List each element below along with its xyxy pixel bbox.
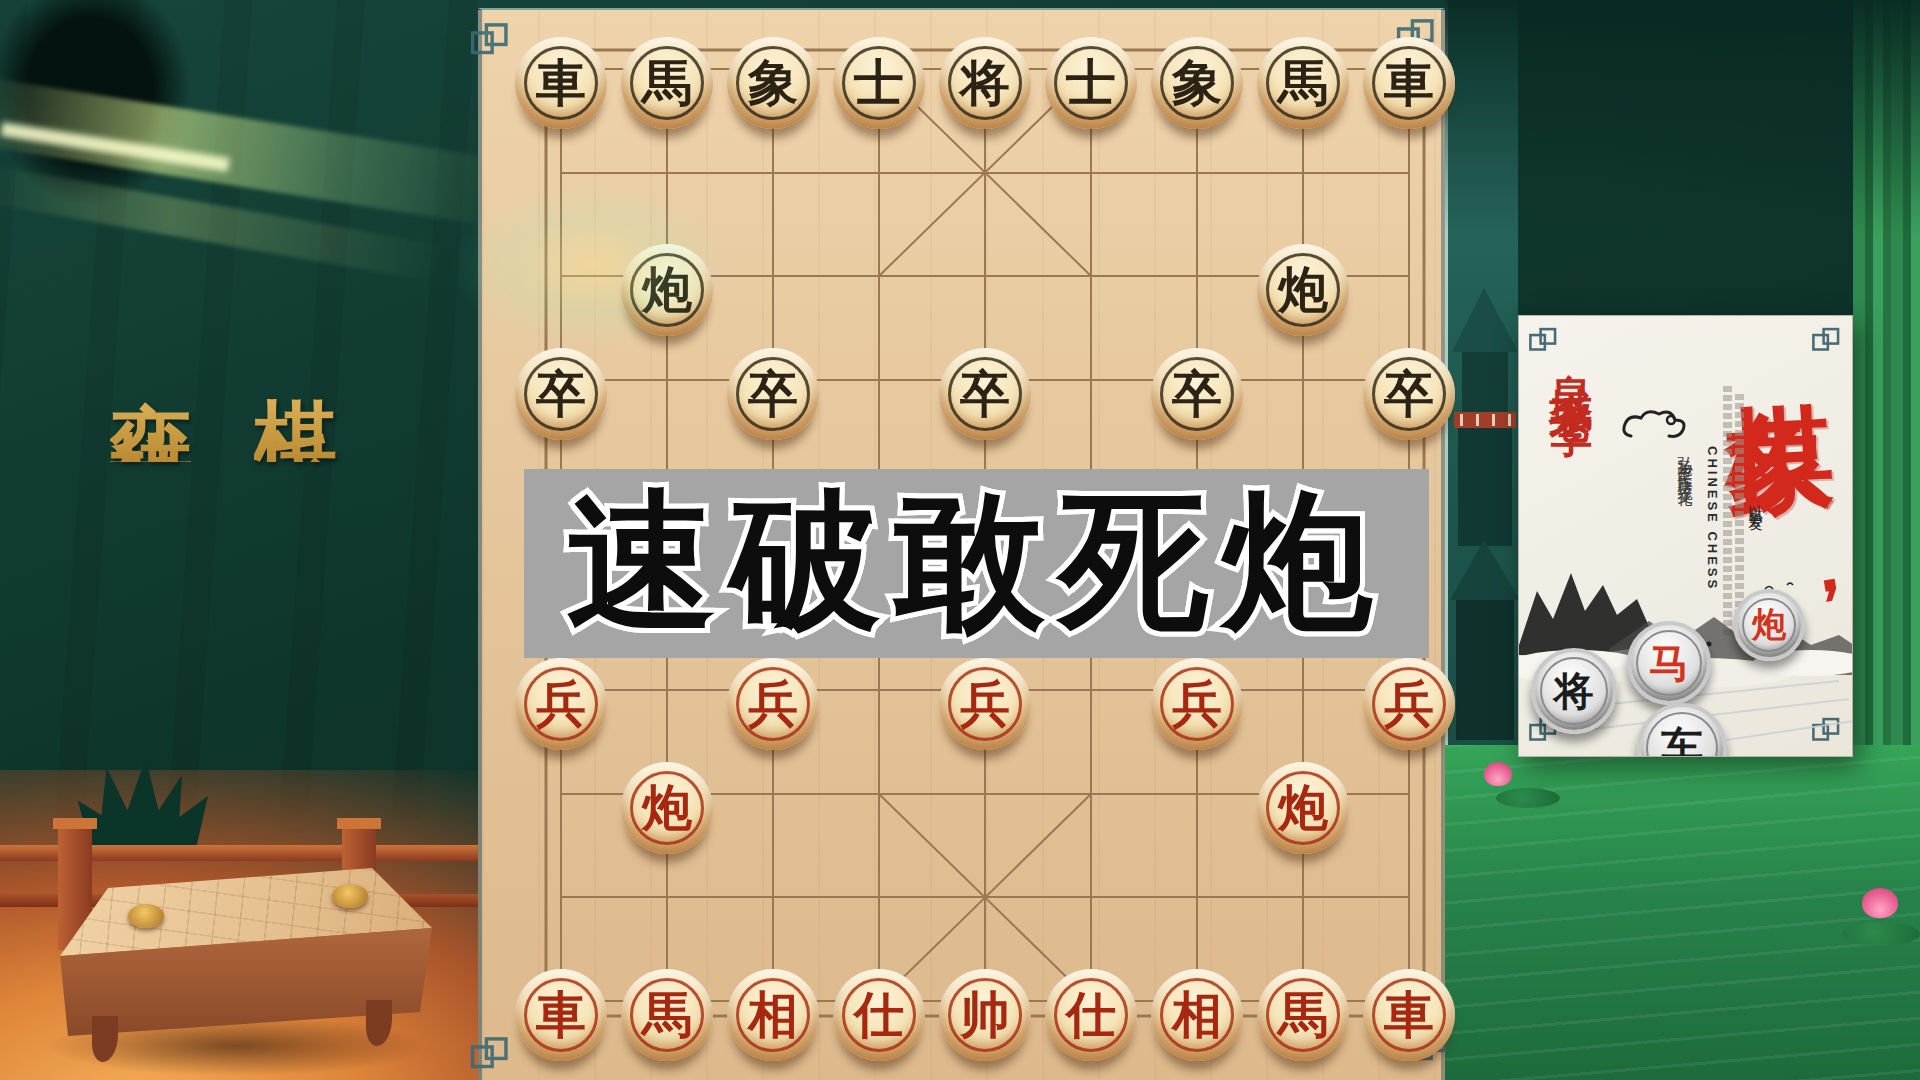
lotus-pad — [1842, 922, 1920, 946]
chess-table — [36, 868, 436, 1068]
piece-character: 兵 — [1172, 679, 1222, 729]
piece-red-車[interactable]: 車 — [515, 969, 607, 1061]
piece-character: 車 — [1384, 990, 1434, 1040]
piece-red-兵[interactable]: 兵 — [1363, 658, 1455, 750]
piece-character: 炮 — [642, 783, 692, 833]
piece-black-士[interactable]: 士 — [1045, 37, 1137, 129]
poster-brand: 泉城老李 — [1543, 340, 1601, 392]
piece-character: 炮 — [1278, 783, 1328, 833]
piece-black-車[interactable]: 車 — [1363, 37, 1455, 129]
piece-character: 卒 — [536, 369, 586, 419]
piece-red-相[interactable]: 相 — [1151, 969, 1243, 1061]
xiangqi-board[interactable]: 車馬象士将士象馬車炮炮卒卒卒卒卒兵兵兵兵兵炮炮車馬相仕帅仕相馬車 速破敢死炮 — [478, 8, 1445, 1080]
piece-character: 兵 — [960, 679, 1010, 729]
piece-black-馬[interactable]: 馬 — [1257, 37, 1349, 129]
piece-character: 相 — [1172, 990, 1222, 1040]
piece-character: 兵 — [748, 679, 798, 729]
piece-character: 車 — [536, 990, 586, 1040]
piece-black-卒[interactable]: 卒 — [1151, 348, 1243, 440]
piece-black-炮[interactable]: 炮 — [1257, 244, 1349, 336]
piece-character: 卒 — [1384, 369, 1434, 419]
piece-character: 馬 — [642, 990, 692, 1040]
poster: 泉城老李 象棋 ， 弘扬中华民族传统文化 CHINESE CHESS 以棋会友 — [1518, 315, 1853, 757]
piece-black-卒[interactable]: 卒 — [939, 348, 1031, 440]
corner-knot-icon — [468, 18, 514, 64]
piece-character: 仕 — [1066, 990, 1116, 1040]
piece-character: 馬 — [1278, 58, 1328, 108]
piece-character: 炮 — [1278, 265, 1328, 315]
piece-red-兵[interactable]: 兵 — [515, 658, 607, 750]
piece-character: 卒 — [960, 369, 1010, 419]
slogan-column-right: 棋乐无穷 — [254, 330, 338, 462]
piece-red-炮[interactable]: 炮 — [1257, 762, 1349, 854]
table-piece — [332, 884, 368, 908]
piece-character: 象 — [748, 58, 798, 108]
piece-black-象[interactable]: 象 — [1151, 37, 1243, 129]
piece-red-車[interactable]: 車 — [1363, 969, 1455, 1061]
piece-black-象[interactable]: 象 — [727, 37, 819, 129]
poster-piece: 炮 — [1733, 589, 1805, 661]
caption-banner-text: 速破敢死炮 — [567, 463, 1387, 665]
piece-black-卒[interactable]: 卒 — [515, 348, 607, 440]
piece-black-士[interactable]: 士 — [833, 37, 925, 129]
piece-black-卒[interactable]: 卒 — [1363, 348, 1455, 440]
piece-red-馬[interactable]: 馬 — [1257, 969, 1349, 1061]
poster-corner-knot-icon — [1810, 324, 1844, 358]
piece-black-馬[interactable]: 馬 — [621, 37, 713, 129]
piece-red-仕[interactable]: 仕 — [833, 969, 925, 1061]
piece-red-兵[interactable]: 兵 — [939, 658, 1031, 750]
piece-black-将[interactable]: 将 — [939, 37, 1031, 129]
poster-piece: 将 — [1531, 648, 1617, 734]
plant-silhouette — [78, 758, 208, 853]
table-piece — [128, 904, 164, 928]
piece-character: 相 — [748, 990, 798, 1040]
piece-character: 車 — [536, 58, 586, 108]
piece-black-卒[interactable]: 卒 — [727, 348, 819, 440]
piece-black-車[interactable]: 車 — [515, 37, 607, 129]
corner-knot-icon — [468, 1032, 514, 1078]
piece-red-仕[interactable]: 仕 — [1045, 969, 1137, 1061]
lotus-flower — [1484, 762, 1512, 786]
piece-red-帅[interactable]: 帅 — [939, 969, 1031, 1061]
lotus-flower — [1862, 888, 1898, 918]
ink-cloud-icon — [1619, 408, 1689, 448]
poster-tagline: 以棋会友 — [1747, 494, 1765, 510]
piece-red-兵[interactable]: 兵 — [727, 658, 819, 750]
piece-character: 馬 — [642, 58, 692, 108]
piece-character: 士 — [1066, 58, 1116, 108]
piece-character: 仕 — [854, 990, 904, 1040]
lotus-pad — [1496, 788, 1560, 808]
terrace-scene — [0, 770, 480, 1080]
piece-character: 馬 — [1278, 990, 1328, 1040]
piece-red-相[interactable]: 相 — [727, 969, 819, 1061]
piece-red-炮[interactable]: 炮 — [621, 762, 713, 854]
caption-banner: 速破敢死炮 — [524, 469, 1429, 658]
piece-character: 帅 — [960, 990, 1010, 1040]
piece-character: 車 — [1384, 58, 1434, 108]
piece-red-兵[interactable]: 兵 — [1151, 658, 1243, 750]
poster-ink-art: 将 马 炮 车 — [1519, 553, 1853, 757]
piece-character: 兵 — [536, 679, 586, 729]
piece-black-炮[interactable]: 炮 — [621, 244, 713, 336]
piece-character: 炮 — [642, 265, 692, 315]
piece-character: 将 — [960, 58, 1010, 108]
piece-character: 卒 — [1172, 369, 1222, 419]
piece-character: 象 — [1172, 58, 1222, 108]
piece-character: 兵 — [1384, 679, 1434, 729]
dark-foliage-silhouette — [0, 0, 230, 250]
piece-red-馬[interactable]: 馬 — [621, 969, 713, 1061]
piece-character: 卒 — [748, 369, 798, 419]
screenshot-root: 弈棋会友 棋乐无穷 — [0, 0, 1920, 1080]
poster-slogan: 弘扬中华民族传统文化 — [1675, 444, 1694, 484]
piece-character: 士 — [854, 58, 904, 108]
slogan-column-left: 弈棋会友 — [110, 330, 194, 462]
poster-piece: 马 — [1627, 621, 1711, 705]
dark-canopy-overlay — [1445, 0, 1920, 235]
